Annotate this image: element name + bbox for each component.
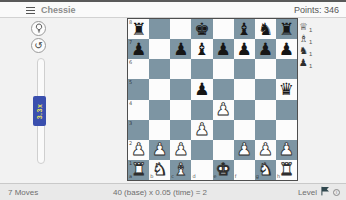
square-e2[interactable] bbox=[213, 140, 234, 160]
chess-board: 8♜♚♝♞♜7♟♟♝♟♟♟♟65♟♛4♟3♟2♟♟♟♟♟♟1a♜b♞c♝de♚f… bbox=[127, 18, 298, 181]
status-bar: 7 Moves 40 (base) x 0.05 (time) = 2 Leve… bbox=[0, 183, 346, 200]
white-bishop-icon: ♗ bbox=[299, 34, 308, 44]
captured-white-bishop: ♗ 1 bbox=[299, 33, 312, 44]
square-e8[interactable] bbox=[213, 19, 234, 39]
piece-white-pawn[interactable]: ♟ bbox=[173, 141, 188, 158]
info-icon[interactable]: i bbox=[333, 189, 340, 196]
square-d3[interactable]: ♟ bbox=[191, 120, 212, 140]
piece-white-pawn[interactable]: ♟ bbox=[131, 141, 146, 158]
app-window: Chessie Points: 346 ↺ 3.3x 8♜♚♝♞♜7♟♟♝♟♟♟… bbox=[0, 0, 346, 200]
square-f6[interactable] bbox=[234, 59, 255, 79]
rank-label: 1 bbox=[129, 161, 132, 166]
square-f1[interactable]: f bbox=[234, 160, 255, 180]
hamburger-menu-icon[interactable] bbox=[26, 7, 35, 14]
square-b6[interactable] bbox=[149, 59, 170, 79]
square-h5[interactable]: ♛ bbox=[276, 79, 297, 99]
square-c2[interactable]: ♟ bbox=[170, 140, 191, 160]
app-title: Chessie bbox=[41, 5, 76, 15]
hint-button[interactable] bbox=[31, 21, 46, 36]
square-d7[interactable]: ♝ bbox=[191, 39, 212, 59]
square-b8[interactable] bbox=[149, 19, 170, 39]
square-c4[interactable] bbox=[170, 100, 191, 120]
captured-black-pawn: ♟ 1 bbox=[299, 57, 312, 68]
square-b3[interactable] bbox=[149, 120, 170, 140]
piece-black-knight[interactable]: ♞ bbox=[258, 21, 273, 38]
piece-black-bishop[interactable]: ♝ bbox=[194, 41, 209, 58]
level-label: Level bbox=[298, 188, 317, 197]
square-d4[interactable] bbox=[191, 100, 212, 120]
square-b7[interactable] bbox=[149, 39, 170, 59]
rank-label: 5 bbox=[129, 80, 132, 85]
score-formula: 40 (base) x 0.05 (time) = 2 bbox=[0, 188, 320, 197]
file-label: c bbox=[171, 174, 174, 179]
square-h1[interactable]: h♜ bbox=[276, 160, 297, 180]
square-c6[interactable] bbox=[170, 59, 191, 79]
piece-white-pawn[interactable]: ♟ bbox=[279, 141, 294, 158]
rank-label: 2 bbox=[129, 141, 132, 146]
square-c7[interactable]: ♟ bbox=[170, 39, 191, 59]
square-g2[interactable]: ♟ bbox=[255, 140, 276, 160]
square-d8[interactable]: ♚ bbox=[191, 19, 212, 39]
square-e3[interactable] bbox=[213, 120, 234, 140]
square-e6[interactable] bbox=[213, 59, 234, 79]
piece-black-pawn[interactable]: ♟ bbox=[258, 41, 273, 58]
square-e1[interactable]: e♚ bbox=[213, 160, 234, 180]
square-f2[interactable]: ♟ bbox=[234, 140, 255, 160]
square-a2[interactable]: 2♟ bbox=[128, 140, 149, 160]
captured-black-knight: ♞ 1 bbox=[299, 45, 312, 56]
square-d2[interactable] bbox=[191, 140, 212, 160]
piece-black-pawn[interactable]: ♟ bbox=[173, 41, 188, 58]
piece-white-pawn[interactable]: ♟ bbox=[215, 101, 230, 118]
captured-count: 1 bbox=[309, 63, 312, 69]
rank-label: 4 bbox=[129, 101, 132, 106]
file-label: d bbox=[192, 174, 195, 179]
file-label: b bbox=[150, 174, 153, 179]
square-f4[interactable] bbox=[234, 100, 255, 120]
level-flag-icon bbox=[320, 186, 330, 198]
header-bar: Chessie Points: 346 bbox=[0, 2, 346, 18]
square-a4[interactable]: 4 bbox=[128, 100, 149, 120]
square-b1[interactable]: b♞ bbox=[149, 160, 170, 180]
piece-black-queen[interactable]: ♛ bbox=[279, 81, 294, 98]
square-f8[interactable]: ♝ bbox=[234, 19, 255, 39]
square-f5[interactable] bbox=[234, 79, 255, 99]
square-h6[interactable] bbox=[276, 59, 297, 79]
black-knight-icon: ♞ bbox=[299, 46, 308, 56]
square-d1[interactable]: d bbox=[191, 160, 212, 180]
undo-icon: ↺ bbox=[34, 40, 42, 50]
square-g8[interactable]: ♞ bbox=[255, 19, 276, 39]
square-d6[interactable] bbox=[191, 59, 212, 79]
piece-white-bishop[interactable]: ♝ bbox=[173, 161, 188, 178]
piece-black-rook[interactable]: ♜ bbox=[131, 21, 146, 38]
points-label: Points: 346 bbox=[294, 5, 339, 15]
piece-black-pawn[interactable]: ♟ bbox=[237, 41, 252, 58]
square-g5[interactable] bbox=[255, 79, 276, 99]
square-g1[interactable]: g♞ bbox=[255, 160, 276, 180]
piece-black-rook[interactable]: ♜ bbox=[279, 21, 294, 38]
piece-white-pawn[interactable]: ♟ bbox=[258, 141, 273, 158]
captured-pieces-tray: ♕ 1 ♗ 1 ♞ 1 ♟ 1 bbox=[299, 21, 312, 68]
piece-white-king[interactable]: ♚ bbox=[215, 161, 230, 178]
rank-label: 7 bbox=[129, 40, 132, 45]
captured-count: 1 bbox=[309, 51, 312, 57]
piece-black-king[interactable]: ♚ bbox=[194, 21, 209, 38]
captured-count: 1 bbox=[309, 27, 312, 33]
square-b4[interactable] bbox=[149, 100, 170, 120]
square-f7[interactable]: ♟ bbox=[234, 39, 255, 59]
square-h3[interactable] bbox=[276, 120, 297, 140]
piece-black-pawn[interactable]: ♟ bbox=[194, 81, 209, 98]
file-label: e bbox=[214, 174, 217, 179]
square-a1[interactable]: 1a♜ bbox=[128, 160, 149, 180]
square-c5[interactable] bbox=[170, 79, 191, 99]
square-g6[interactable] bbox=[255, 59, 276, 79]
file-label: h bbox=[277, 174, 280, 179]
square-a7[interactable]: 7♟ bbox=[128, 39, 149, 59]
piece-white-knight[interactable]: ♞ bbox=[258, 161, 273, 178]
piece-black-bishop[interactable]: ♝ bbox=[237, 21, 252, 38]
rank-label: 6 bbox=[129, 60, 132, 65]
square-g4[interactable] bbox=[255, 100, 276, 120]
piece-white-rook[interactable]: ♜ bbox=[131, 161, 146, 178]
piece-white-knight[interactable]: ♞ bbox=[152, 161, 167, 178]
speed-slider-thumb[interactable]: 3.3x bbox=[33, 96, 46, 126]
square-e7[interactable]: ♟ bbox=[213, 39, 234, 59]
square-c8[interactable] bbox=[170, 19, 191, 39]
piece-white-rook[interactable]: ♜ bbox=[279, 161, 294, 178]
square-a6[interactable]: 6 bbox=[128, 59, 149, 79]
square-b2[interactable]: ♟ bbox=[149, 140, 170, 160]
file-label: g bbox=[256, 174, 259, 179]
square-f3[interactable] bbox=[234, 120, 255, 140]
square-c1[interactable]: c♝ bbox=[170, 160, 191, 180]
rank-label: 8 bbox=[129, 20, 132, 25]
lightbulb-icon bbox=[34, 20, 44, 38]
speed-slider-value: 3.3x bbox=[36, 103, 43, 119]
piece-white-pawn[interactable]: ♟ bbox=[237, 141, 252, 158]
captured-count: 1 bbox=[309, 39, 312, 45]
square-e5[interactable] bbox=[213, 79, 234, 99]
square-h4[interactable] bbox=[276, 100, 297, 120]
piece-black-pawn[interactable]: ♟ bbox=[215, 41, 230, 58]
square-h8[interactable]: ♜ bbox=[276, 19, 297, 39]
level-group: Level i bbox=[298, 186, 340, 198]
square-e4[interactable]: ♟ bbox=[213, 100, 234, 120]
square-g3[interactable] bbox=[255, 120, 276, 140]
piece-white-pawn[interactable]: ♟ bbox=[152, 141, 167, 158]
square-a3[interactable]: 3 bbox=[128, 120, 149, 140]
square-h2[interactable]: ♟ bbox=[276, 140, 297, 160]
white-queen-icon: ♕ bbox=[299, 22, 308, 32]
square-h7[interactable]: ♟ bbox=[276, 39, 297, 59]
square-g7[interactable]: ♟ bbox=[255, 39, 276, 59]
square-b5[interactable] bbox=[149, 79, 170, 99]
piece-black-pawn[interactable]: ♟ bbox=[131, 41, 146, 58]
piece-black-pawn[interactable]: ♟ bbox=[279, 41, 294, 58]
square-a8[interactable]: 8♜ bbox=[128, 19, 149, 39]
file-label: a bbox=[129, 174, 132, 179]
rank-label: 3 bbox=[129, 121, 132, 126]
file-label: f bbox=[235, 174, 237, 179]
undo-button[interactable]: ↺ bbox=[31, 38, 46, 53]
square-d5[interactable]: ♟ bbox=[191, 79, 212, 99]
black-pawn-icon: ♟ bbox=[299, 58, 308, 68]
square-a5[interactable]: 5 bbox=[128, 79, 149, 99]
captured-white-queen: ♕ 1 bbox=[299, 21, 312, 32]
piece-white-pawn[interactable]: ♟ bbox=[194, 121, 209, 138]
square-c3[interactable] bbox=[170, 120, 191, 140]
